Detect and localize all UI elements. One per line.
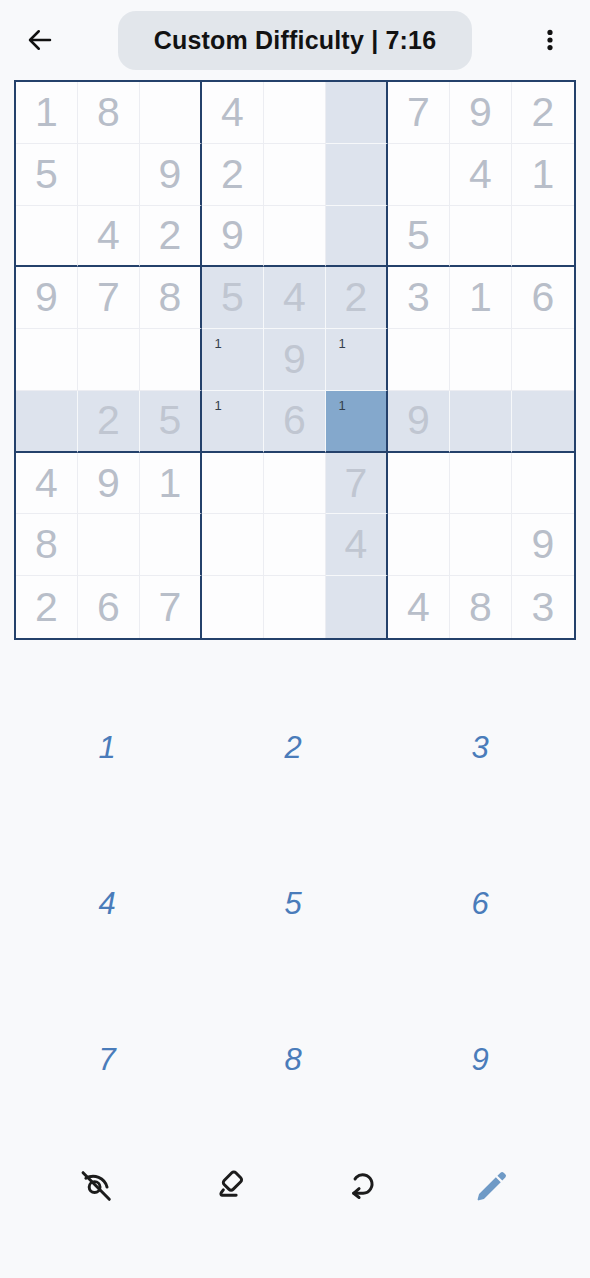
cell-r7c6[interactable]: 7 [326,453,388,515]
undo-icon [340,1165,382,1207]
cell-r4c9[interactable]: 6 [512,267,574,329]
note-digit [363,413,377,428]
cell-r3c6[interactable] [326,206,388,268]
cell-r6c8[interactable] [450,391,512,453]
note-digit [335,367,349,383]
cell-value: 5 [407,215,430,256]
cell-r9c5[interactable] [264,576,326,638]
cell-value: 5 [35,154,58,195]
cell-r5c8[interactable] [450,329,512,391]
cell-r2c7[interactable] [388,144,450,206]
note-digit [363,398,377,413]
cell-r8c6[interactable]: 4 [326,514,388,576]
note-digit [211,413,225,428]
cell-r3c2[interactable]: 4 [78,206,140,268]
numpad-2[interactable]: 2 [261,716,325,780]
pencil-notes: 1 [326,329,386,390]
cell-r9c8[interactable]: 8 [450,576,512,638]
app-header: Custom Difficulty | 7:16 [0,0,590,80]
cell-r9c7[interactable]: 4 [388,576,450,638]
numpad-3[interactable]: 3 [448,716,512,780]
note-digit [335,413,349,428]
cell-r8c7[interactable] [388,514,450,576]
cell-r6c3[interactable]: 5 [140,391,202,453]
cell-value: 2 [345,277,368,318]
note-digit [335,352,349,368]
cell-r1c2[interactable]: 8 [78,82,140,144]
cell-r9c9[interactable]: 3 [512,576,574,638]
note-digit: 1 [211,336,225,352]
cell-r8c1[interactable]: 8 [16,514,78,576]
cell-r5c2[interactable] [78,329,140,391]
cell-r5c1[interactable] [16,329,78,391]
cell-r3c7[interactable]: 5 [388,206,450,268]
note-digit [349,352,363,368]
eraser-button[interactable] [202,1158,258,1214]
note-digit [240,367,254,383]
cell-value: 3 [532,587,555,628]
cell-value: 4 [283,277,306,318]
note-digit [225,336,239,352]
note-digit [225,352,239,368]
cell-r2c4[interactable]: 2 [202,144,264,206]
cell-r3c8[interactable] [450,206,512,268]
note-digit [349,428,363,443]
note-digit [225,398,239,413]
sudoku-board: 1847925924142959785423161912516194917849… [14,80,576,640]
cell-r4c6[interactable]: 2 [326,267,388,329]
cell-value: 5 [159,400,182,441]
cell-r2c1[interactable]: 5 [16,144,78,206]
pencil-icon [471,1165,513,1207]
cell-r4c7[interactable]: 3 [388,267,450,329]
cell-value: 7 [97,277,120,318]
pencil-notes: 1 [326,391,386,451]
note-digit [349,367,363,383]
cell-value: 7 [345,463,368,504]
cell-r1c7[interactable]: 7 [388,82,450,144]
cell-value: 9 [532,524,555,565]
cell-r1c5[interactable] [264,82,326,144]
eraser-icon [209,1165,251,1207]
cell-r8c3[interactable] [140,514,202,576]
note-digit [349,398,363,413]
cell-value: 9 [469,92,492,133]
cell-value: 2 [159,215,182,256]
kebab-menu-icon [537,27,563,53]
cell-value: 9 [407,400,430,441]
note-digit [349,336,363,352]
note-digit [335,428,349,443]
cell-r4c3[interactable]: 8 [140,267,202,329]
note-digit: 1 [335,398,349,413]
cell-value: 9 [159,154,182,195]
cell-r9c1[interactable]: 2 [16,576,78,638]
numpad-6[interactable]: 6 [448,872,512,936]
note-digit [225,428,239,443]
cell-value: 2 [532,92,555,133]
note-digit: 1 [335,336,349,352]
cell-r4c1[interactable]: 9 [16,267,78,329]
cell-r4c4[interactable]: 5 [202,267,264,329]
cell-r6c7[interactable]: 9 [388,391,450,453]
cell-r5c5[interactable]: 9 [264,329,326,391]
note-digit [363,336,377,352]
note-digit [240,413,254,428]
cell-r7c7[interactable] [388,453,450,515]
pencil-notes: 1 [202,391,263,451]
arrow-left-icon [25,25,55,55]
cell-value: 9 [283,339,306,380]
cell-r8c4[interactable] [202,514,264,576]
cell-r7c3[interactable]: 1 [140,453,202,515]
note-digit [225,413,239,428]
cell-r2c6[interactable] [326,144,388,206]
cell-r3c4[interactable]: 9 [202,206,264,268]
cell-value: 5 [221,277,244,318]
cell-value: 6 [283,400,306,441]
cell-value: 1 [469,277,492,318]
cell-value: 4 [97,215,120,256]
cell-r6c5[interactable]: 6 [264,391,326,453]
cell-value: 1 [35,92,58,133]
cell-r3c9[interactable] [512,206,574,268]
cell-r6c4[interactable]: 1 [202,391,264,453]
cell-r1c6[interactable] [326,82,388,144]
cell-value: 8 [35,524,58,565]
cell-value: 2 [35,587,58,628]
cell-value: 8 [469,587,492,628]
cell-r4c8[interactable]: 1 [450,267,512,329]
cell-r1c3[interactable] [140,82,202,144]
cell-r7c5[interactable] [264,453,326,515]
cell-r1c1[interactable]: 1 [16,82,78,144]
note-digit [240,398,254,413]
cell-r2c3[interactable]: 9 [140,144,202,206]
hide-hints-button[interactable] [68,1158,124,1214]
cell-r7c4[interactable] [202,453,264,515]
cell-value: 4 [469,154,492,195]
notes-mode-button[interactable] [464,1158,520,1214]
cell-value: 4 [407,587,430,628]
cell-r8c2[interactable] [78,514,140,576]
pencil-notes: 1 [202,329,263,390]
cell-r5c7[interactable] [388,329,450,391]
cell-r9c4[interactable] [202,576,264,638]
cell-r5c9[interactable] [512,329,574,391]
cell-r9c3[interactable]: 7 [140,576,202,638]
cell-r8c9[interactable]: 9 [512,514,574,576]
note-digit [211,428,225,443]
note-digit [240,428,254,443]
cell-r2c8[interactable]: 4 [450,144,512,206]
note-digit [240,352,254,368]
note-digit [363,367,377,383]
cell-r1c8[interactable]: 9 [450,82,512,144]
cell-r1c9[interactable]: 2 [512,82,574,144]
cell-r8c8[interactable] [450,514,512,576]
note-digit [363,428,377,443]
note-digit [240,336,254,352]
title-pill: Custom Difficulty | 7:16 [118,11,473,70]
cell-value: 1 [532,154,555,195]
cell-r6c2[interactable]: 2 [78,391,140,453]
cell-r2c2[interactable] [78,144,140,206]
numpad-1[interactable]: 1 [75,716,139,780]
cell-r6c9[interactable] [512,391,574,453]
cell-value: 8 [159,277,182,318]
cell-r3c1[interactable] [16,206,78,268]
cell-r9c2[interactable]: 6 [78,576,140,638]
cell-r1c4[interactable]: 4 [202,82,264,144]
cell-value: 6 [532,277,555,318]
cell-value: 3 [407,277,430,318]
cell-value: 4 [221,92,244,133]
cell-r9c6[interactable] [326,576,388,638]
cell-r7c2[interactable]: 9 [78,453,140,515]
cell-r5c3[interactable] [140,329,202,391]
menu-button[interactable] [524,14,576,66]
cell-value: 7 [159,587,182,628]
numpad-8[interactable]: 8 [261,1028,325,1092]
undo-button[interactable] [333,1158,389,1214]
cell-value: 1 [159,463,182,504]
cell-value: 6 [97,587,120,628]
note-digit [225,367,239,383]
cell-r7c8[interactable] [450,453,512,515]
numpad-5[interactable]: 5 [261,872,325,936]
cell-value: 2 [97,400,120,441]
numpad-9[interactable]: 9 [448,1028,512,1092]
cell-r5c6[interactable]: 1 [326,329,388,391]
note-digit [211,352,225,368]
note-digit [363,352,377,368]
back-button[interactable] [14,14,66,66]
cell-value: 9 [221,215,244,256]
cell-r2c9[interactable]: 1 [512,144,574,206]
visibility-off-icon [75,1165,117,1207]
cell-r8c5[interactable] [264,514,326,576]
cell-r4c2[interactable]: 7 [78,267,140,329]
cell-r6c6[interactable]: 1 [326,391,388,453]
cell-value: 9 [97,463,120,504]
note-digit [349,413,363,428]
cell-r5c4[interactable]: 1 [202,329,264,391]
cell-r4c5[interactable]: 4 [264,267,326,329]
cell-r2c5[interactable] [264,144,326,206]
cell-value: 9 [35,277,58,318]
cell-r7c9[interactable] [512,453,574,515]
note-digit: 1 [211,398,225,413]
cell-value: 2 [221,154,244,195]
cell-r7c1[interactable]: 4 [16,453,78,515]
cell-value: 4 [345,524,368,565]
cell-r3c5[interactable] [264,206,326,268]
note-digit [211,367,225,383]
cell-r3c3[interactable]: 2 [140,206,202,268]
cell-value: 7 [407,92,430,133]
cell-value: 8 [97,92,120,133]
numpad-7[interactable]: 7 [75,1028,139,1092]
numpad-4[interactable]: 4 [75,872,139,936]
sudoku-app: { "game": "sudoku", "header": { "title":… [0,0,590,1278]
cell-value: 4 [35,463,58,504]
cell-r6c1[interactable] [16,391,78,453]
